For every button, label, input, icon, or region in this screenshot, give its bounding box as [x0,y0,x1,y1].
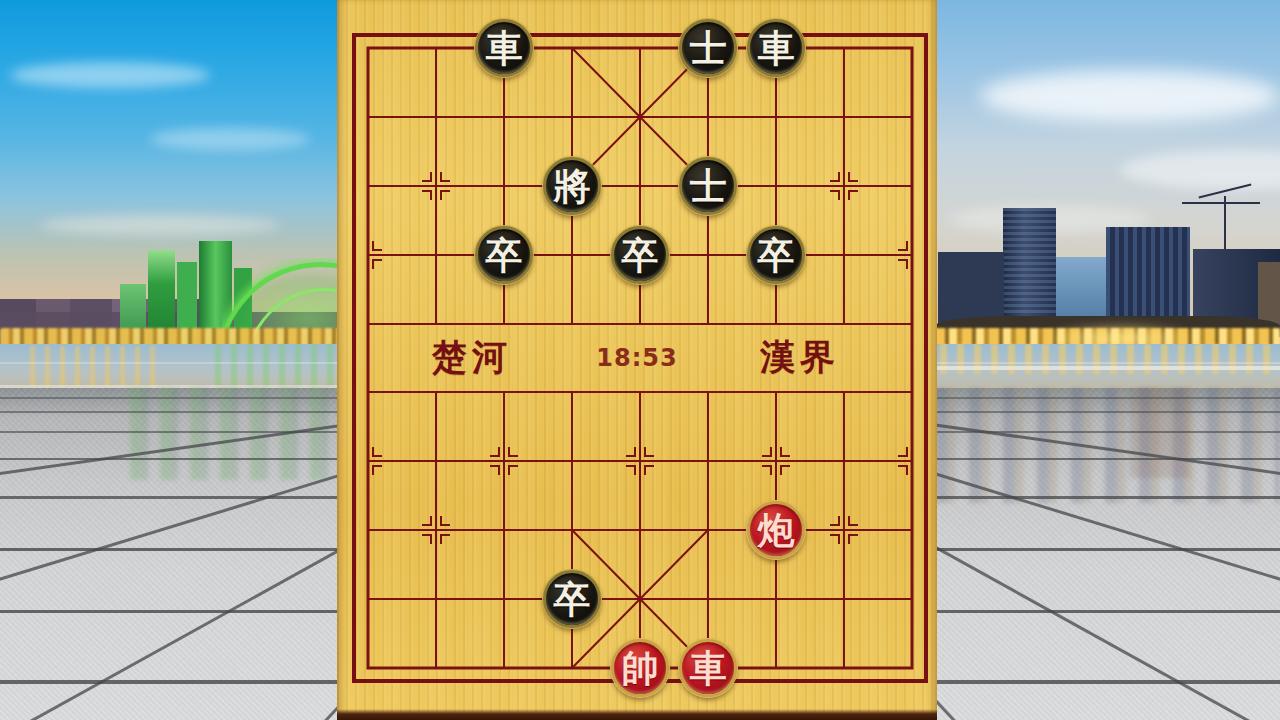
piece-black-soldier[interactable]: 卒 [543,570,601,628]
board-bottom-edge [337,709,937,720]
piece-black-advisor[interactable]: 士 [679,157,737,215]
piece-red-chariot[interactable]: 車 [679,639,737,697]
piece-black-soldier[interactable]: 卒 [747,226,805,284]
piece-black-chariot[interactable]: 車 [747,19,805,77]
piece-black-soldier[interactable]: 卒 [611,226,669,284]
piece-black-chariot[interactable]: 車 [475,19,533,77]
water-reflection [30,346,160,388]
piece-red-general[interactable]: 帥 [611,639,669,697]
piece-black-advisor[interactable]: 士 [679,19,737,77]
piece-red-cannon[interactable]: 炮 [747,501,805,559]
cloud [150,128,310,150]
pavement-reflection-buildings [935,388,1280,503]
scene: 楚河 18:53 漢界 車士車將士卒卒卒卒炮帥車 [0,0,1280,720]
water-reflection [215,344,340,388]
pavement-reflection-warm [1130,388,1190,478]
xiangqi-board[interactable]: 楚河 18:53 漢界 車士車將士卒卒卒卒炮帥車 [337,0,937,720]
construction-crane [1182,202,1260,204]
river-label-left: 楚河 [402,336,542,378]
construction-crane [1224,196,1226,256]
seawall-edge [935,366,1280,370]
piece-black-general[interactable]: 將 [543,157,601,215]
river-label-right: 漢界 [730,336,870,378]
piece-black-soldier[interactable]: 卒 [475,226,533,284]
river: 楚河 18:53 漢界 [357,336,917,378]
cloud [980,70,1280,122]
cloud [40,215,280,235]
game-timer: 18:53 [577,336,697,378]
pavement-reflection-green [130,388,345,480]
cloud [10,62,210,88]
